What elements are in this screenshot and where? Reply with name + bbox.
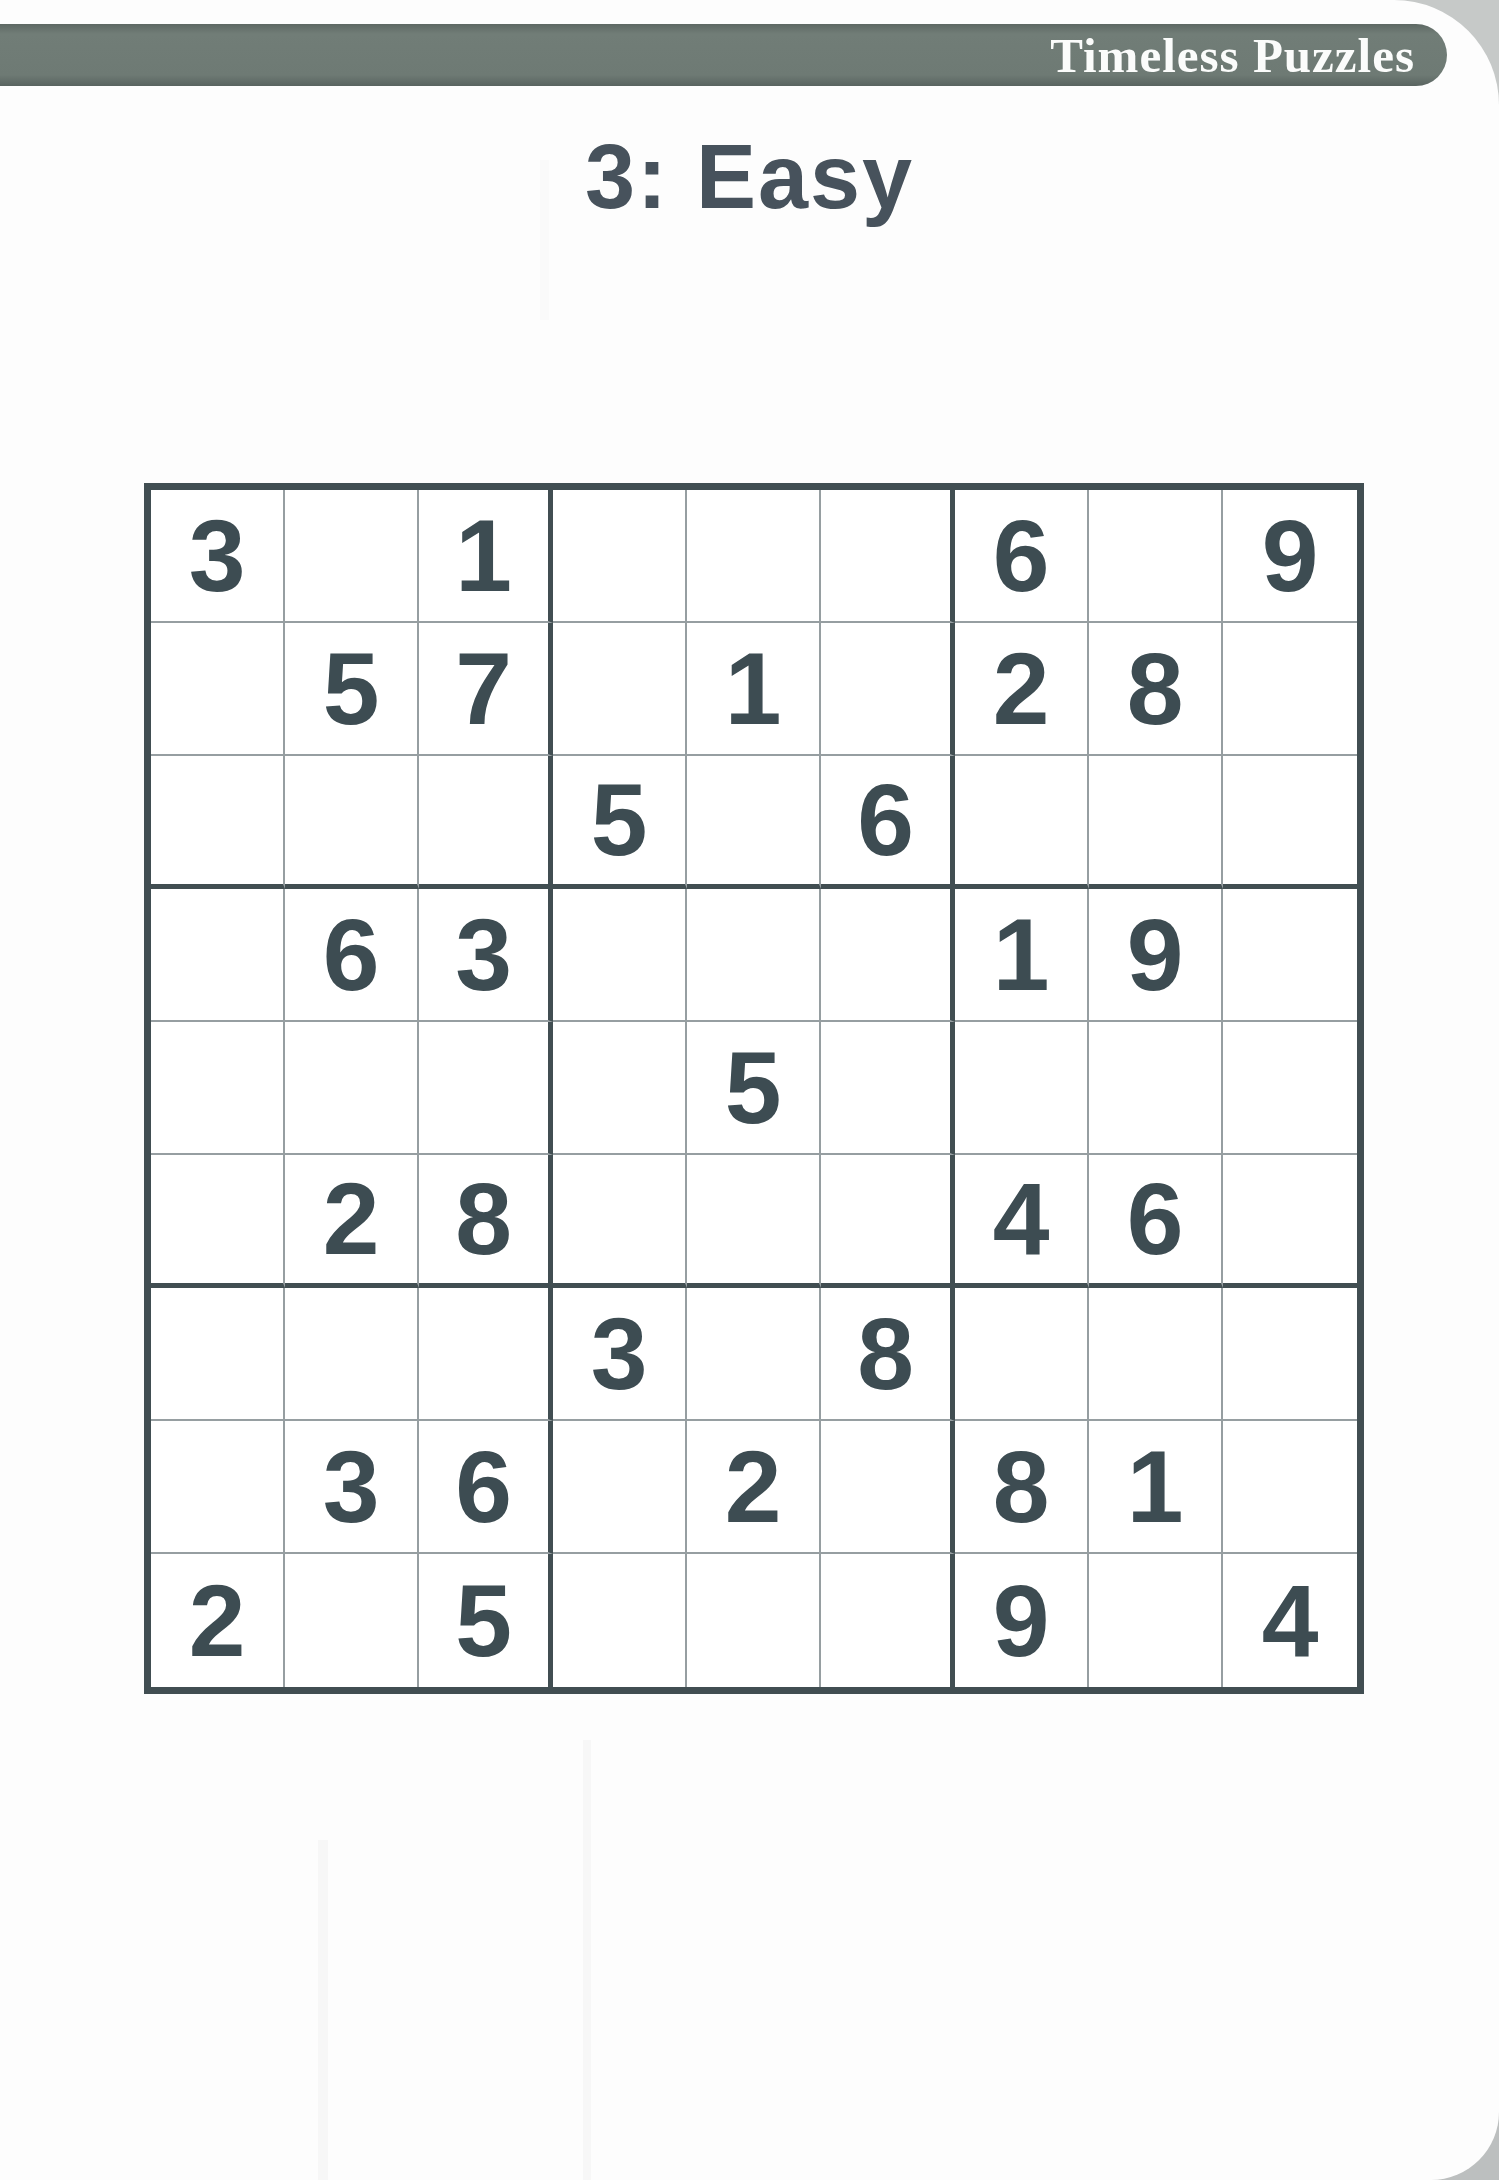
sudoku-cell[interactable]: 2	[955, 623, 1089, 756]
sudoku-cell[interactable]	[553, 1022, 687, 1155]
sudoku-cell[interactable]	[687, 1288, 821, 1421]
sudoku-grid: 3169571285663195284638362812594	[144, 483, 1364, 1694]
sudoku-cell[interactable]	[151, 889, 285, 1022]
sudoku-cell[interactable]	[151, 1155, 285, 1288]
sudoku-cell[interactable]: 5	[285, 623, 419, 756]
sudoku-cell[interactable]: 7	[419, 623, 553, 756]
sudoku-cell[interactable]	[821, 623, 955, 756]
scan-streak	[583, 1740, 591, 2180]
sudoku-cell[interactable]	[687, 490, 821, 623]
sudoku-cell[interactable]: 3	[553, 1288, 687, 1421]
sudoku-cell[interactable]	[1223, 1022, 1357, 1155]
sudoku-cell[interactable]: 1	[687, 623, 821, 756]
sudoku-cell[interactable]	[1089, 490, 1223, 623]
sudoku-cell[interactable]	[1223, 1421, 1357, 1554]
sudoku-cell[interactable]	[821, 1421, 955, 1554]
sudoku-cell[interactable]	[1223, 1288, 1357, 1421]
sudoku-cell[interactable]	[1089, 1022, 1223, 1155]
sudoku-cell[interactable]	[419, 1288, 553, 1421]
scan-streak	[318, 1840, 328, 2180]
sudoku-cell[interactable]	[151, 1421, 285, 1554]
sudoku-cell[interactable]: 6	[821, 756, 955, 889]
scan-streak	[540, 160, 549, 320]
sudoku-cell[interactable]: 5	[419, 1554, 553, 1687]
sudoku-cell[interactable]: 3	[285, 1421, 419, 1554]
sudoku-cell[interactable]	[1089, 1288, 1223, 1421]
sudoku-cell[interactable]	[1089, 756, 1223, 889]
sudoku-cell[interactable]	[419, 1022, 553, 1155]
sudoku-cell[interactable]: 9	[1089, 889, 1223, 1022]
sudoku-cell[interactable]: 4	[1223, 1554, 1357, 1687]
sudoku-cell[interactable]: 6	[285, 889, 419, 1022]
sudoku-cell[interactable]	[687, 1155, 821, 1288]
sudoku-cell[interactable]: 8	[821, 1288, 955, 1421]
sudoku-cell[interactable]	[285, 1022, 419, 1155]
sudoku-cell[interactable]	[553, 1421, 687, 1554]
sudoku-cell[interactable]	[151, 756, 285, 889]
sudoku-cell[interactable]: 8	[419, 1155, 553, 1288]
sudoku-cell[interactable]	[553, 1155, 687, 1288]
sudoku-cell[interactable]: 1	[1089, 1421, 1223, 1554]
sudoku-cell[interactable]	[1223, 1155, 1357, 1288]
sudoku-cell[interactable]	[285, 1554, 419, 1687]
sudoku-cell[interactable]: 6	[955, 490, 1089, 623]
sudoku-cell[interactable]	[1223, 623, 1357, 756]
sudoku-cell[interactable]	[553, 1554, 687, 1687]
brand-label: Timeless Puzzles	[1050, 31, 1415, 80]
sudoku-cell[interactable]: 5	[553, 756, 687, 889]
sudoku-cell[interactable]	[821, 1554, 955, 1687]
sudoku-cell[interactable]: 2	[285, 1155, 419, 1288]
sudoku-cell[interactable]	[821, 490, 955, 623]
sudoku-cell[interactable]: 4	[955, 1155, 1089, 1288]
sudoku-cell[interactable]	[821, 889, 955, 1022]
sudoku-cell[interactable]	[419, 756, 553, 889]
page-title: 3: Easy	[0, 132, 1499, 222]
sudoku-cell[interactable]	[151, 1288, 285, 1421]
sudoku-cell[interactable]: 5	[687, 1022, 821, 1155]
sudoku-cell[interactable]	[955, 756, 1089, 889]
sudoku-cell[interactable]	[955, 1022, 1089, 1155]
sudoku-cell[interactable]	[553, 623, 687, 756]
sudoku-cell[interactable]: 6	[1089, 1155, 1223, 1288]
sudoku-cell[interactable]	[821, 1022, 955, 1155]
sudoku-cell[interactable]: 2	[151, 1554, 285, 1687]
sudoku-cell[interactable]	[553, 889, 687, 1022]
sudoku-cell[interactable]: 1	[955, 889, 1089, 1022]
sudoku-cell[interactable]: 8	[955, 1421, 1089, 1554]
sudoku-cell[interactable]	[687, 889, 821, 1022]
sudoku-cell[interactable]	[955, 1288, 1089, 1421]
sudoku-cell[interactable]	[687, 756, 821, 889]
sudoku-cell[interactable]	[553, 490, 687, 623]
sudoku-cell[interactable]	[285, 490, 419, 623]
sudoku-cell[interactable]: 3	[151, 490, 285, 623]
sudoku-cell[interactable]: 1	[419, 490, 553, 623]
sudoku-cell[interactable]: 2	[687, 1421, 821, 1554]
sudoku-cell[interactable]	[1223, 756, 1357, 889]
sudoku-cell[interactable]	[285, 756, 419, 889]
sudoku-cell[interactable]	[687, 1554, 821, 1687]
sudoku-cell[interactable]	[1223, 889, 1357, 1022]
sudoku-cell[interactable]	[285, 1288, 419, 1421]
header-bar: Timeless Puzzles	[0, 24, 1447, 86]
sudoku-cell[interactable]	[151, 623, 285, 756]
sudoku-cell[interactable]: 6	[419, 1421, 553, 1554]
sudoku-cell[interactable]	[1089, 1554, 1223, 1687]
sudoku-cell[interactable]	[151, 1022, 285, 1155]
sudoku-cell[interactable]: 9	[1223, 490, 1357, 623]
sudoku-cell[interactable]: 9	[955, 1554, 1089, 1687]
sudoku-cell[interactable]: 8	[1089, 623, 1223, 756]
sudoku-cell[interactable]: 3	[419, 889, 553, 1022]
sudoku-cell[interactable]	[821, 1155, 955, 1288]
